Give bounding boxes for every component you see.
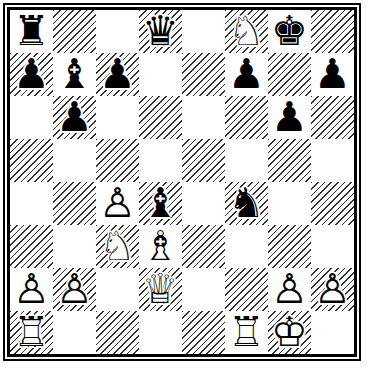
square-c7[interactable]: ♟♟ bbox=[96, 53, 139, 96]
piece-halo: ♟ bbox=[225, 53, 268, 96]
square-e2[interactable] bbox=[182, 268, 225, 311]
square-f7[interactable]: ♟♟ bbox=[225, 53, 268, 96]
black-pawn: ♟ bbox=[53, 96, 96, 139]
square-g8[interactable]: ♚♚ bbox=[268, 10, 311, 53]
square-d7[interactable] bbox=[139, 53, 182, 96]
piece-halo: ♟ bbox=[10, 53, 53, 96]
black-queen: ♛ bbox=[139, 10, 182, 53]
square-h5[interactable] bbox=[311, 139, 354, 182]
square-c3[interactable]: ♞♘ bbox=[96, 225, 139, 268]
square-b5[interactable] bbox=[53, 139, 96, 182]
square-h7[interactable]: ♟♟ bbox=[311, 53, 354, 96]
square-a8[interactable]: ♜♜ bbox=[10, 10, 53, 53]
piece-halo: ♟ bbox=[268, 96, 311, 139]
square-d8[interactable]: ♛♛ bbox=[139, 10, 182, 53]
white-queen: ♕ bbox=[139, 268, 182, 311]
square-c2[interactable] bbox=[96, 268, 139, 311]
piece-halo: ♚ bbox=[268, 10, 311, 53]
square-g1[interactable]: ♚♔ bbox=[268, 311, 311, 354]
black-knight: ♞ bbox=[225, 182, 268, 225]
white-pawn: ♙ bbox=[311, 268, 354, 311]
square-a1[interactable]: ♜♖ bbox=[10, 311, 53, 354]
piece-halo: ♟ bbox=[311, 53, 354, 96]
square-b8[interactable] bbox=[53, 10, 96, 53]
black-bishop: ♝ bbox=[139, 182, 182, 225]
square-f5[interactable] bbox=[225, 139, 268, 182]
square-f1[interactable]: ♜♖ bbox=[225, 311, 268, 354]
square-f4[interactable]: ♞♞ bbox=[225, 182, 268, 225]
square-e1[interactable] bbox=[182, 311, 225, 354]
piece-halo: ♜ bbox=[10, 10, 53, 53]
white-bishop: ♗ bbox=[139, 225, 182, 268]
piece-halo: ♞ bbox=[225, 10, 268, 53]
piece-halo: ♛ bbox=[139, 268, 182, 311]
square-c8[interactable] bbox=[96, 10, 139, 53]
square-c4[interactable]: ♟♙ bbox=[96, 182, 139, 225]
black-pawn: ♟ bbox=[225, 53, 268, 96]
square-e5[interactable] bbox=[182, 139, 225, 182]
square-a7[interactable]: ♟♟ bbox=[10, 53, 53, 96]
white-rook: ♖ bbox=[225, 311, 268, 354]
piece-halo: ♚ bbox=[268, 311, 311, 354]
chess-board: ♜♜♛♛♞♘♚♚♟♟♝♝♟♟♟♟♟♟♟♟♟♟♟♙♝♝♞♞♞♘♝♗♟♙♟♙♛♕♟♙… bbox=[7, 7, 357, 357]
piece-halo: ♜ bbox=[225, 311, 268, 354]
black-pawn: ♟ bbox=[268, 96, 311, 139]
white-rook: ♖ bbox=[10, 311, 53, 354]
black-pawn: ♟ bbox=[311, 53, 354, 96]
square-a3[interactable] bbox=[10, 225, 53, 268]
square-b1[interactable] bbox=[53, 311, 96, 354]
white-pawn: ♙ bbox=[10, 268, 53, 311]
black-pawn: ♟ bbox=[96, 53, 139, 96]
piece-halo: ♟ bbox=[96, 53, 139, 96]
square-e4[interactable] bbox=[182, 182, 225, 225]
square-b6[interactable]: ♟♟ bbox=[53, 96, 96, 139]
square-h6[interactable] bbox=[311, 96, 354, 139]
square-g2[interactable]: ♟♙ bbox=[268, 268, 311, 311]
square-b3[interactable] bbox=[53, 225, 96, 268]
square-f2[interactable] bbox=[225, 268, 268, 311]
piece-halo: ♟ bbox=[311, 268, 354, 311]
square-g7[interactable] bbox=[268, 53, 311, 96]
square-e6[interactable] bbox=[182, 96, 225, 139]
square-d4[interactable]: ♝♝ bbox=[139, 182, 182, 225]
piece-halo: ♞ bbox=[96, 225, 139, 268]
square-h1[interactable] bbox=[311, 311, 354, 354]
square-c1[interactable] bbox=[96, 311, 139, 354]
square-d1[interactable] bbox=[139, 311, 182, 354]
square-a4[interactable] bbox=[10, 182, 53, 225]
piece-halo: ♟ bbox=[10, 268, 53, 311]
white-knight: ♘ bbox=[225, 10, 268, 53]
piece-halo: ♝ bbox=[53, 53, 96, 96]
square-d5[interactable] bbox=[139, 139, 182, 182]
square-f8[interactable]: ♞♘ bbox=[225, 10, 268, 53]
square-h8[interactable] bbox=[311, 10, 354, 53]
piece-halo: ♛ bbox=[139, 10, 182, 53]
square-g6[interactable]: ♟♟ bbox=[268, 96, 311, 139]
square-a6[interactable] bbox=[10, 96, 53, 139]
square-h4[interactable] bbox=[311, 182, 354, 225]
white-pawn: ♙ bbox=[268, 268, 311, 311]
piece-halo: ♞ bbox=[225, 182, 268, 225]
black-pawn: ♟ bbox=[10, 53, 53, 96]
black-king: ♚ bbox=[268, 10, 311, 53]
white-king: ♔ bbox=[268, 311, 311, 354]
piece-halo: ♟ bbox=[53, 96, 96, 139]
piece-halo: ♝ bbox=[139, 225, 182, 268]
square-a2[interactable]: ♟♙ bbox=[10, 268, 53, 311]
square-g5[interactable] bbox=[268, 139, 311, 182]
white-pawn: ♙ bbox=[53, 268, 96, 311]
square-g3[interactable] bbox=[268, 225, 311, 268]
chess-diagram: ♜♜♛♛♞♘♚♚♟♟♝♝♟♟♟♟♟♟♟♟♟♟♟♙♝♝♞♞♞♘♝♗♟♙♟♙♛♕♟♙… bbox=[0, 0, 364, 364]
square-d6[interactable] bbox=[139, 96, 182, 139]
square-g4[interactable] bbox=[268, 182, 311, 225]
square-d3[interactable]: ♝♗ bbox=[139, 225, 182, 268]
square-e7[interactable] bbox=[182, 53, 225, 96]
square-e8[interactable] bbox=[182, 10, 225, 53]
white-pawn: ♙ bbox=[96, 182, 139, 225]
piece-halo: ♟ bbox=[53, 268, 96, 311]
piece-halo: ♟ bbox=[96, 182, 139, 225]
board-frame: ♜♜♛♛♞♘♚♚♟♟♝♝♟♟♟♟♟♟♟♟♟♟♟♙♝♝♞♞♞♘♝♗♟♙♟♙♛♕♟♙… bbox=[3, 3, 361, 361]
square-a5[interactable] bbox=[10, 139, 53, 182]
square-f3[interactable] bbox=[225, 225, 268, 268]
square-c5[interactable] bbox=[96, 139, 139, 182]
square-c6[interactable] bbox=[96, 96, 139, 139]
piece-halo: ♟ bbox=[268, 268, 311, 311]
square-h3[interactable] bbox=[311, 225, 354, 268]
black-rook: ♜ bbox=[10, 10, 53, 53]
square-h2[interactable]: ♟♙ bbox=[311, 268, 354, 311]
piece-halo: ♜ bbox=[10, 311, 53, 354]
black-bishop: ♝ bbox=[53, 53, 96, 96]
square-b2[interactable]: ♟♙ bbox=[53, 268, 96, 311]
square-d2[interactable]: ♛♕ bbox=[139, 268, 182, 311]
piece-halo: ♝ bbox=[139, 182, 182, 225]
square-b4[interactable] bbox=[53, 182, 96, 225]
square-b7[interactable]: ♝♝ bbox=[53, 53, 96, 96]
square-f6[interactable] bbox=[225, 96, 268, 139]
white-knight: ♘ bbox=[96, 225, 139, 268]
square-e3[interactable] bbox=[182, 225, 225, 268]
